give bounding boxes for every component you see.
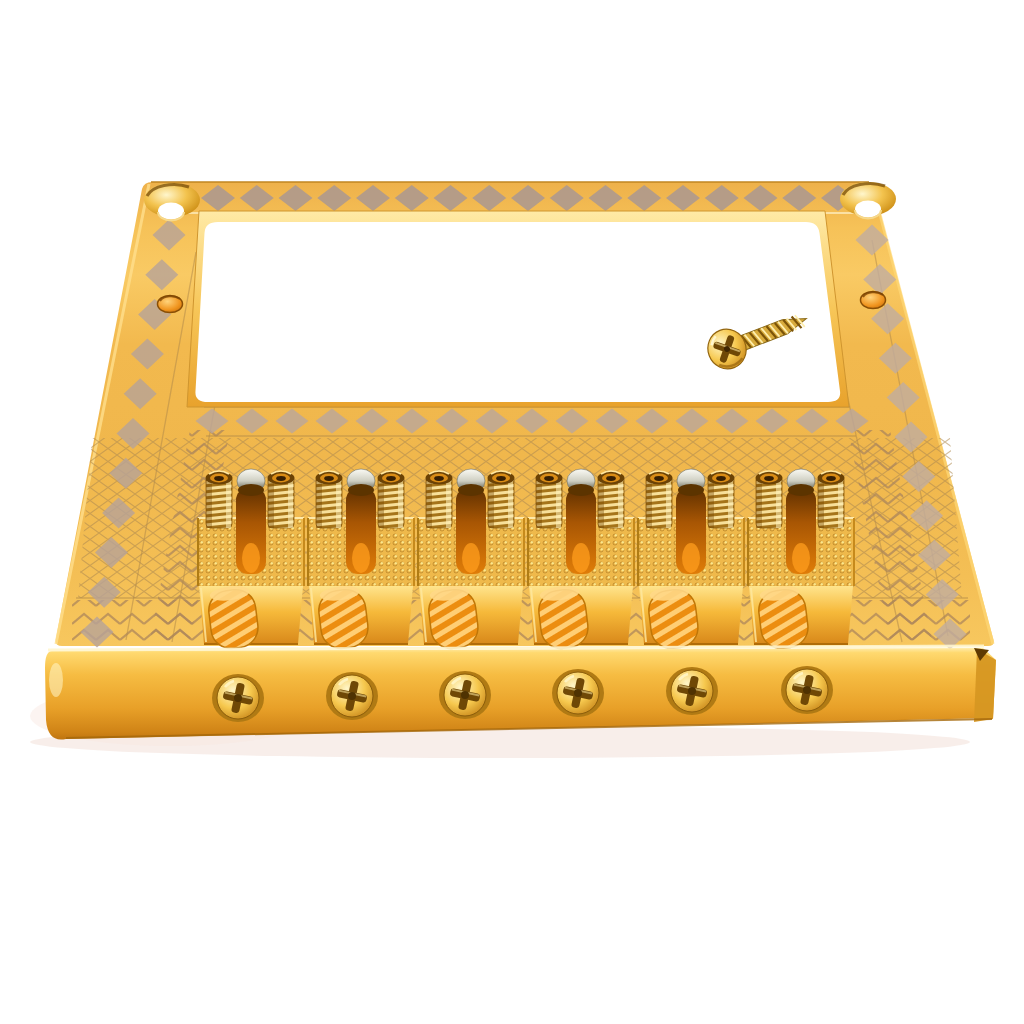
intonation-screw-head-4 — [552, 669, 604, 717]
bridge-saddle-2 — [308, 469, 414, 651]
height-adjust-screw — [536, 471, 563, 528]
height-adjust-screw — [426, 471, 453, 528]
intonation-screw-head-1 — [212, 674, 264, 722]
pilot-hole-right — [861, 292, 886, 309]
intonation-screw-head-5 — [666, 667, 718, 715]
bridge-photo-svg — [0, 0, 1024, 1024]
height-adjust-screw — [268, 471, 295, 528]
bridge-saddle-3 — [418, 469, 524, 651]
hex-socket-icon — [606, 476, 616, 481]
bridge-saddle-4 — [528, 469, 634, 651]
hex-socket-icon — [214, 476, 224, 481]
hex-socket-icon — [826, 476, 836, 481]
hex-socket-icon — [386, 476, 396, 481]
intonation-screw-head-3 — [439, 671, 491, 719]
hex-socket-icon — [276, 476, 286, 481]
hex-socket-icon — [434, 476, 444, 481]
height-adjust-screw — [488, 471, 515, 528]
height-adjust-screw — [316, 471, 343, 528]
photo-stage — [0, 0, 1024, 1024]
height-adjust-screw — [206, 471, 233, 528]
product-photo — [0, 0, 1024, 1024]
bridge-saddle-6 — [748, 469, 854, 651]
apron-left-end-highlight — [49, 663, 63, 697]
height-adjust-screw — [646, 471, 673, 528]
pickup-cutout-opening — [195, 222, 840, 402]
pilot-hole-left — [158, 296, 183, 313]
hex-socket-icon — [324, 476, 334, 481]
height-adjust-screw — [818, 471, 845, 528]
hex-socket-icon — [764, 476, 774, 481]
hex-socket-icon — [496, 476, 506, 481]
pickup-cutout — [187, 211, 849, 407]
hex-socket-icon — [654, 476, 664, 481]
height-adjust-screw — [378, 471, 405, 528]
height-adjust-screw — [708, 471, 735, 528]
intonation-screw-head-2 — [326, 672, 378, 720]
hex-socket-icon — [544, 476, 554, 481]
bridge-saddle-1 — [198, 469, 304, 651]
hex-socket-icon — [716, 476, 726, 481]
height-adjust-screw — [756, 471, 783, 528]
apron-right-end-face — [974, 649, 996, 722]
bridge-saddle-5 — [638, 469, 744, 651]
height-adjust-screw — [598, 471, 625, 528]
front-apron — [45, 646, 996, 740]
intonation-screw-head-6 — [781, 666, 833, 714]
